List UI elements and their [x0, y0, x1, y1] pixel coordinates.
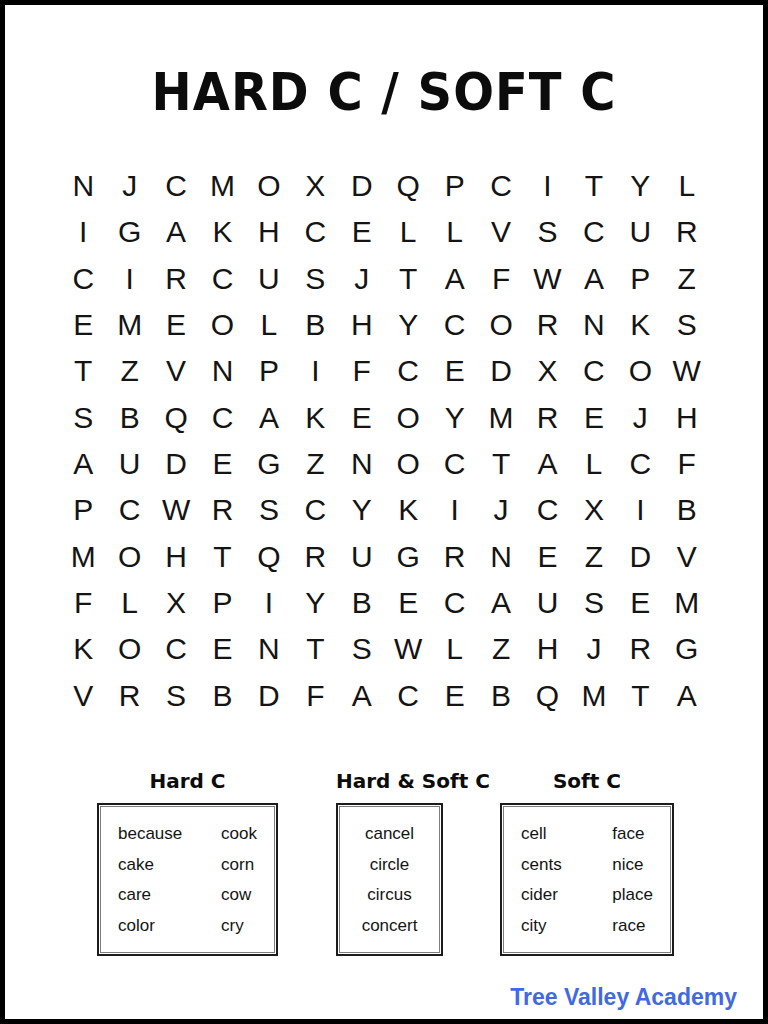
grid-cell-r1c3: C [153, 163, 199, 209]
grid-cell-r3c12: A [571, 256, 617, 302]
grid-cell-r2c6: C [292, 209, 338, 255]
grid-cell-r2c12: C [571, 209, 617, 255]
grid-cell-r3c13: P [617, 256, 663, 302]
grid-cell-r2c8: L [385, 209, 431, 255]
word: place [612, 880, 653, 911]
word-box: cancelcirclecircusconcert [336, 803, 443, 956]
grid-cell-r9c1: M [60, 534, 106, 580]
word-column: becausecakecarecolor [118, 819, 182, 942]
grid-cell-r8c9: I [431, 487, 477, 533]
grid-cell-r8c11: C [524, 487, 570, 533]
grid-cell-r6c14: H [664, 395, 710, 441]
grid-cell-r7c14: F [664, 441, 710, 487]
grid-cell-r11c9: L [431, 626, 477, 672]
word-group-hard-soft-c: Hard & Soft Ccancelcirclecircusconcert [336, 769, 443, 956]
grid-cell-r3c8: T [385, 256, 431, 302]
grid-cell-r7c3: D [153, 441, 199, 487]
grid-cell-r5c11: X [524, 348, 570, 394]
word-column: cancelcirclecircusconcert [362, 819, 418, 942]
grid-cell-r8c4: R [199, 487, 245, 533]
grid-cell-r6c4: C [199, 395, 245, 441]
word: cell [521, 819, 562, 850]
grid-cell-r10c12: S [571, 580, 617, 626]
grid-cell-r8c14: B [664, 487, 710, 533]
worksheet-page: HARD C / SOFT C NJCMOXDQPCITYLIGAKHCELLV… [0, 0, 768, 1024]
grid-cell-r1c4: M [199, 163, 245, 209]
grid-cell-r3c7: J [339, 256, 385, 302]
grid-cell-r6c9: Y [431, 395, 477, 441]
grid-cell-r9c13: D [617, 534, 663, 580]
grid-cell-r5c3: V [153, 348, 199, 394]
grid-cell-r11c13: R [617, 626, 663, 672]
grid-cell-r8c5: S [246, 487, 292, 533]
word-lists-section: Hard Cbecausecakecarecolorcookcorncowcry… [5, 769, 763, 969]
grid-cell-r6c10: M [478, 395, 524, 441]
word: care [118, 880, 182, 911]
grid-cell-r1c13: Y [617, 163, 663, 209]
grid-cell-r2c13: U [617, 209, 663, 255]
grid-cell-r4c2: M [106, 302, 152, 348]
grid-cell-r5c14: W [664, 348, 710, 394]
word: concert [362, 911, 418, 942]
grid-cell-r6c13: J [617, 395, 663, 441]
word: cook [221, 819, 257, 850]
word-box: cellcentscidercityfaceniceplacerace [500, 803, 674, 956]
grid-cell-r6c6: K [292, 395, 338, 441]
grid-cell-r12c6: F [292, 673, 338, 719]
brand-footer: Tree Valley Academy [510, 986, 737, 1009]
grid-cell-r9c9: R [431, 534, 477, 580]
grid-cell-r11c8: W [385, 626, 431, 672]
grid-cell-r5c10: D [478, 348, 524, 394]
grid-cell-r11c5: N [246, 626, 292, 672]
grid-cell-r6c11: R [524, 395, 570, 441]
grid-cell-r4c8: Y [385, 302, 431, 348]
grid-cell-r7c10: T [478, 441, 524, 487]
grid-cell-r9c7: U [339, 534, 385, 580]
grid-cell-r11c7: S [339, 626, 385, 672]
grid-cell-r10c9: C [431, 580, 477, 626]
grid-cell-r5c4: N [199, 348, 245, 394]
grid-cell-r11c11: H [524, 626, 570, 672]
grid-cell-r4c10: O [478, 302, 524, 348]
grid-cell-r5c9: E [431, 348, 477, 394]
grid-cell-r12c13: T [617, 673, 663, 719]
grid-cell-r2c9: L [431, 209, 477, 255]
grid-cell-r9c8: G [385, 534, 431, 580]
grid-cell-r7c7: N [339, 441, 385, 487]
grid-cell-r4c6: B [292, 302, 338, 348]
grid-cell-r8c12: X [571, 487, 617, 533]
grid-cell-r3c10: F [478, 256, 524, 302]
grid-cell-r2c7: E [339, 209, 385, 255]
word: because [118, 819, 182, 850]
grid-cell-r1c9: P [431, 163, 477, 209]
grid-cell-r9c12: Z [571, 534, 617, 580]
grid-cell-r2c2: G [106, 209, 152, 255]
word: nice [612, 850, 653, 881]
word: race [612, 911, 653, 942]
grid-cell-r12c7: A [339, 673, 385, 719]
grid-cell-r1c7: D [339, 163, 385, 209]
grid-cell-r4c5: L [246, 302, 292, 348]
grid-cell-r8c2: C [106, 487, 152, 533]
grid-cell-r1c12: T [571, 163, 617, 209]
grid-cell-r7c4: E [199, 441, 245, 487]
grid-cell-r7c9: C [431, 441, 477, 487]
grid-cell-r5c6: I [292, 348, 338, 394]
grid-cell-r3c3: R [153, 256, 199, 302]
grid-cell-r6c1: S [60, 395, 106, 441]
word: color [118, 911, 182, 942]
grid-cell-r11c12: J [571, 626, 617, 672]
grid-cell-r7c2: U [106, 441, 152, 487]
grid-cell-r11c4: E [199, 626, 245, 672]
grid-cell-r12c12: M [571, 673, 617, 719]
grid-cell-r4c13: K [617, 302, 663, 348]
word: circle [362, 850, 418, 881]
grid-cell-r6c3: Q [153, 395, 199, 441]
grid-cell-r12c1: V [60, 673, 106, 719]
grid-cell-r12c11: Q [524, 673, 570, 719]
grid-cell-r4c7: H [339, 302, 385, 348]
word-group-heading: Soft C [500, 769, 674, 793]
grid-cell-r10c13: E [617, 580, 663, 626]
grid-cell-r3c11: W [524, 256, 570, 302]
grid-cell-r2c14: R [664, 209, 710, 255]
grid-cell-r5c5: P [246, 348, 292, 394]
word-group-hard-c: Hard Cbecausecakecarecolorcookcorncowcry [97, 769, 278, 956]
page-title: HARD C / SOFT C [5, 63, 763, 123]
grid-cell-r4c1: E [60, 302, 106, 348]
grid-cell-r3c5: U [246, 256, 292, 302]
grid-cell-r10c6: Y [292, 580, 338, 626]
grid-cell-r11c6: T [292, 626, 338, 672]
grid-cell-r12c2: R [106, 673, 152, 719]
grid-cell-r10c3: X [153, 580, 199, 626]
grid-cell-r5c7: F [339, 348, 385, 394]
grid-cell-r8c7: Y [339, 487, 385, 533]
word: circus [362, 880, 418, 911]
grid-cell-r11c10: Z [478, 626, 524, 672]
grid-cell-r3c14: Z [664, 256, 710, 302]
grid-cell-r9c14: V [664, 534, 710, 580]
brand-text: Tree Valley Academy [510, 984, 737, 1010]
grid-cell-r12c4: B [199, 673, 245, 719]
grid-cell-r7c11: A [524, 441, 570, 487]
grid-cell-r8c10: J [478, 487, 524, 533]
word-column: faceniceplacerace [612, 819, 653, 942]
grid-cell-r9c6: R [292, 534, 338, 580]
word-column: cookcorncowcry [221, 819, 257, 942]
word-search-grid: NJCMOXDQPCITYLIGAKHCELLVSCURCIRCUSJTAFWA… [60, 163, 710, 719]
grid-cell-r9c2: O [106, 534, 152, 580]
grid-cell-r9c5: Q [246, 534, 292, 580]
grid-cell-r1c6: X [292, 163, 338, 209]
grid-cell-r12c8: C [385, 673, 431, 719]
grid-cell-r12c5: D [246, 673, 292, 719]
grid-cell-r3c6: S [292, 256, 338, 302]
grid-cell-r7c12: L [571, 441, 617, 487]
grid-cell-r5c13: O [617, 348, 663, 394]
grid-cell-r1c10: C [478, 163, 524, 209]
grid-cell-r11c2: O [106, 626, 152, 672]
grid-cell-r10c2: L [106, 580, 152, 626]
grid-cell-r8c1: P [60, 487, 106, 533]
grid-cell-r8c6: C [292, 487, 338, 533]
grid-cell-r1c2: J [106, 163, 152, 209]
word-group-heading: Hard C [97, 769, 278, 793]
grid-cell-r12c10: B [478, 673, 524, 719]
grid-cell-r5c12: C [571, 348, 617, 394]
grid-cell-r9c3: H [153, 534, 199, 580]
grid-cell-r2c10: V [478, 209, 524, 255]
grid-cell-r5c8: C [385, 348, 431, 394]
grid-cell-r2c11: S [524, 209, 570, 255]
grid-cell-r12c14: A [664, 673, 710, 719]
word-group-soft-c: Soft Ccellcentscidercityfaceniceplacerac… [500, 769, 674, 956]
grid-cell-r6c7: E [339, 395, 385, 441]
grid-cell-r10c11: U [524, 580, 570, 626]
word: cents [521, 850, 562, 881]
grid-cell-r3c2: I [106, 256, 152, 302]
grid-cell-r10c7: B [339, 580, 385, 626]
grid-cell-r11c14: G [664, 626, 710, 672]
grid-cell-r1c11: I [524, 163, 570, 209]
word: cancel [362, 819, 418, 850]
grid-cell-r6c8: O [385, 395, 431, 441]
grid-cell-r9c11: E [524, 534, 570, 580]
word-column: cellcentscidercity [521, 819, 562, 942]
grid-cell-r10c8: E [385, 580, 431, 626]
grid-cell-r1c1: N [60, 163, 106, 209]
grid-cell-r12c9: E [431, 673, 477, 719]
grid-cell-r11c3: C [153, 626, 199, 672]
grid-cell-r2c5: H [246, 209, 292, 255]
grid-cell-r10c10: A [478, 580, 524, 626]
grid-cell-r4c4: O [199, 302, 245, 348]
grid-cell-r2c1: I [60, 209, 106, 255]
grid-cell-r5c2: Z [106, 348, 152, 394]
grid-cell-r10c1: F [60, 580, 106, 626]
grid-cell-r12c3: S [153, 673, 199, 719]
grid-cell-r1c5: O [246, 163, 292, 209]
grid-cell-r8c3: W [153, 487, 199, 533]
grid-cell-r3c9: A [431, 256, 477, 302]
grid-cell-r2c3: A [153, 209, 199, 255]
word: cow [221, 880, 257, 911]
word-group-heading: Hard & Soft C [336, 769, 443, 793]
grid-cell-r8c8: K [385, 487, 431, 533]
word: city [521, 911, 562, 942]
grid-cell-r7c8: O [385, 441, 431, 487]
grid-cell-r1c14: L [664, 163, 710, 209]
grid-cell-r11c1: K [60, 626, 106, 672]
word: cry [221, 911, 257, 942]
word-box: becausecakecarecolorcookcorncowcry [97, 803, 278, 956]
grid-cell-r9c4: T [199, 534, 245, 580]
grid-cell-r7c1: A [60, 441, 106, 487]
word: cider [521, 880, 562, 911]
grid-cell-r3c1: C [60, 256, 106, 302]
grid-cell-r7c13: C [617, 441, 663, 487]
grid-cell-r4c14: S [664, 302, 710, 348]
word: face [612, 819, 653, 850]
grid-cell-r3c4: C [199, 256, 245, 302]
grid-cell-r10c4: P [199, 580, 245, 626]
grid-cell-r7c6: Z [292, 441, 338, 487]
grid-cell-r2c4: K [199, 209, 245, 255]
grid-cell-r4c12: N [571, 302, 617, 348]
word: corn [221, 850, 257, 881]
grid-cell-r5c1: T [60, 348, 106, 394]
grid-cell-r9c10: N [478, 534, 524, 580]
grid-cell-r7c5: G [246, 441, 292, 487]
grid-cell-r6c5: A [246, 395, 292, 441]
grid-cell-r6c2: B [106, 395, 152, 441]
grid-cell-r8c13: I [617, 487, 663, 533]
grid-cell-r6c12: E [571, 395, 617, 441]
grid-cell-r4c3: E [153, 302, 199, 348]
grid-cell-r4c9: C [431, 302, 477, 348]
grid-cell-r10c14: M [664, 580, 710, 626]
grid-cell-r1c8: Q [385, 163, 431, 209]
grid-cell-r4c11: R [524, 302, 570, 348]
word: cake [118, 850, 182, 881]
grid-cell-r10c5: I [246, 580, 292, 626]
